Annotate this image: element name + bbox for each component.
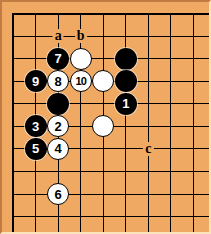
grid-line <box>12 36 209 37</box>
white-stone-8: 8 <box>47 70 69 92</box>
grid-line <box>125 13 126 233</box>
grid-line <box>148 13 149 233</box>
white-stone-6: 6 <box>47 183 69 205</box>
grid-line <box>12 171 209 172</box>
white-stone-4: 4 <box>47 138 69 160</box>
grid-line <box>12 194 209 195</box>
black-stone-7: 7 <box>47 48 69 70</box>
point-label-c: c <box>143 142 153 156</box>
black-stone <box>47 93 69 115</box>
grid-line <box>193 13 194 233</box>
white-stone-10: 10 <box>70 70 92 92</box>
go-board-diagram: 79810132546abc <box>0 0 211 234</box>
grid-line <box>80 13 81 233</box>
grid-line <box>12 58 209 59</box>
white-stone <box>70 48 92 70</box>
black-stone-9: 9 <box>25 70 47 92</box>
point-label-b: b <box>75 29 87 43</box>
white-stone <box>92 70 114 92</box>
grid-line <box>12 103 209 104</box>
grid-line <box>12 216 209 217</box>
white-stone <box>92 115 114 137</box>
black-stone <box>115 70 137 92</box>
grid-line <box>12 13 209 15</box>
black-stone-5: 5 <box>25 138 47 160</box>
black-stone <box>115 48 137 70</box>
white-stone-2: 2 <box>47 115 69 137</box>
grid-line <box>170 13 171 233</box>
black-stone-1: 1 <box>115 93 137 115</box>
black-stone-3: 3 <box>25 115 47 137</box>
grid-line <box>12 13 14 233</box>
point-label-a: a <box>53 29 64 43</box>
